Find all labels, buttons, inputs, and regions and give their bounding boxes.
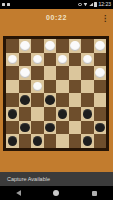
snackbar-text: Capture Available xyxy=(0,176,50,182)
board-cell[interactable] xyxy=(69,121,82,135)
board-cell[interactable] xyxy=(44,93,57,107)
board-cell[interactable] xyxy=(56,107,69,121)
board-cell[interactable] xyxy=(31,39,44,53)
checker-piece-white[interactable] xyxy=(70,41,80,51)
board-cell[interactable] xyxy=(56,93,69,107)
checker-piece-white[interactable] xyxy=(45,41,55,51)
board-cell[interactable] xyxy=(69,107,82,121)
board-cell[interactable] xyxy=(19,66,32,80)
status-bar-system: 12:23 xyxy=(78,0,111,9)
android-nav-bar xyxy=(0,186,113,200)
checker-piece-black[interactable] xyxy=(20,95,30,105)
wifi-icon xyxy=(83,3,87,7)
board-cell[interactable] xyxy=(6,134,19,148)
checker-piece-black[interactable] xyxy=(83,136,93,146)
board-cell[interactable] xyxy=(6,93,19,107)
capture-available-snackbar: Capture Available xyxy=(0,172,113,186)
board-cell[interactable] xyxy=(19,121,32,135)
back-button[interactable] xyxy=(16,190,21,196)
board-cell[interactable] xyxy=(44,107,57,121)
checker-piece-black[interactable] xyxy=(95,123,105,133)
overflow-menu-icon[interactable]: ⋮ xyxy=(101,13,109,24)
board-cell[interactable] xyxy=(31,121,44,135)
battery-icon xyxy=(94,2,97,7)
board-cell[interactable] xyxy=(19,53,32,67)
checker-piece-black[interactable] xyxy=(20,123,30,133)
board-cell[interactable] xyxy=(81,39,94,53)
board-cell[interactable] xyxy=(81,53,94,67)
data-saver-icon xyxy=(78,3,82,7)
checker-piece-black[interactable] xyxy=(8,136,18,146)
checker-piece-white[interactable] xyxy=(95,41,105,51)
board-cell[interactable] xyxy=(94,93,107,107)
board-cell[interactable] xyxy=(19,134,32,148)
board-cell[interactable] xyxy=(94,39,107,53)
board-cell[interactable] xyxy=(31,107,44,121)
board-cell[interactable] xyxy=(94,66,107,80)
board-cell[interactable] xyxy=(6,121,19,135)
recents-button[interactable] xyxy=(92,191,97,196)
board-cell[interactable] xyxy=(94,53,107,67)
board-cell[interactable] xyxy=(81,66,94,80)
board-cell[interactable] xyxy=(19,80,32,94)
board-cell[interactable] xyxy=(81,134,94,148)
board-cell[interactable] xyxy=(6,66,19,80)
board-cell[interactable] xyxy=(6,80,19,94)
board-cell[interactable] xyxy=(6,107,19,121)
board-cell[interactable] xyxy=(56,121,69,135)
board-cell[interactable] xyxy=(56,66,69,80)
board-cell[interactable] xyxy=(44,80,57,94)
board-cell[interactable] xyxy=(56,39,69,53)
board-cell[interactable] xyxy=(94,80,107,94)
board-cell[interactable] xyxy=(81,80,94,94)
status-bar-clock: 12:23 xyxy=(98,0,111,9)
board-cell[interactable] xyxy=(56,80,69,94)
board-cell[interactable] xyxy=(56,53,69,67)
checker-piece-white[interactable] xyxy=(20,41,30,51)
board-cell[interactable] xyxy=(44,39,57,53)
notification-icon xyxy=(7,3,10,6)
board-cell[interactable] xyxy=(31,93,44,107)
board-cell[interactable] xyxy=(31,134,44,148)
board-cell[interactable] xyxy=(19,107,32,121)
checker-piece-white[interactable] xyxy=(83,55,93,65)
board-cell[interactable] xyxy=(31,80,44,94)
board-cell[interactable] xyxy=(6,53,19,67)
board-cell[interactable] xyxy=(44,134,57,148)
game-timer: 00:22 xyxy=(0,14,113,21)
board-cell[interactable] xyxy=(69,134,82,148)
board-cell[interactable] xyxy=(44,121,57,135)
checker-piece-black[interactable] xyxy=(58,109,68,119)
board-cell[interactable] xyxy=(44,66,57,80)
checker-piece-white[interactable] xyxy=(95,68,105,78)
checker-piece-black[interactable] xyxy=(33,136,43,146)
android-status-bar: 12:23 xyxy=(0,0,113,9)
board-cell[interactable] xyxy=(69,80,82,94)
checkers-app-screen: 12:23 00:22 ⋮ Capture Available xyxy=(0,0,113,200)
checker-piece-white[interactable] xyxy=(33,55,43,65)
notification-icon xyxy=(2,3,5,6)
board-cell[interactable] xyxy=(56,134,69,148)
checker-piece-black[interactable] xyxy=(83,109,93,119)
board-cell[interactable] xyxy=(19,39,32,53)
board-cell[interactable] xyxy=(6,39,19,53)
checker-piece-white[interactable] xyxy=(20,68,30,78)
status-bar-notifications xyxy=(2,3,10,6)
board-cell[interactable] xyxy=(44,53,57,67)
checker-piece-white[interactable] xyxy=(33,82,43,92)
board-cell[interactable] xyxy=(81,93,94,107)
board-cell[interactable] xyxy=(31,53,44,67)
checker-piece-white[interactable] xyxy=(8,55,18,65)
board-cell[interactable] xyxy=(81,121,94,135)
checker-piece-black[interactable] xyxy=(8,109,18,119)
board-cell[interactable] xyxy=(69,53,82,67)
home-button[interactable] xyxy=(53,190,59,196)
board-cell[interactable] xyxy=(69,39,82,53)
board-cell[interactable] xyxy=(94,107,107,121)
board-cell[interactable] xyxy=(81,107,94,121)
board-cell[interactable] xyxy=(94,134,107,148)
checker-piece-white[interactable] xyxy=(58,55,68,65)
board xyxy=(3,36,109,151)
board-cell[interactable] xyxy=(94,121,107,135)
board-cell[interactable] xyxy=(19,93,32,107)
checker-piece-black[interactable] xyxy=(45,95,55,105)
board-cell[interactable] xyxy=(31,66,44,80)
board-cell[interactable] xyxy=(69,66,82,80)
signal-icon xyxy=(89,3,93,7)
checker-piece-black[interactable] xyxy=(45,123,55,133)
board-cell[interactable] xyxy=(69,93,82,107)
